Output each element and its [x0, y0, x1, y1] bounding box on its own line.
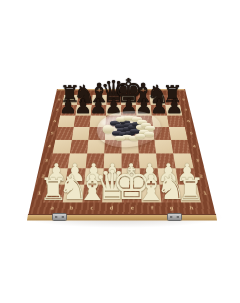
- product-photo-chess-set: 8877665544332211abcdefgh ♜♞♝♛♚♝♞♜♟♟♟♟♟♟♟…: [0, 0, 240, 303]
- checker-disc-white[interactable]: [135, 134, 145, 139]
- hinge-right-icon: [167, 213, 182, 221]
- rank-label-right-7-label: 7: [184, 109, 187, 112]
- square-a4[interactable]: [53, 140, 72, 154]
- rank-label-right-6-label: 6: [187, 120, 190, 123]
- piece-white-rook-h1[interactable]: ♜: [177, 173, 205, 204]
- rank-label-right-5: 5: [185, 127, 198, 140]
- hinge-left-icon: [52, 213, 67, 221]
- file-label-a-label: a: [50, 206, 54, 211]
- rank-label-left-7-label: 7: [55, 109, 58, 112]
- rank-label-right-6: 6: [182, 116, 194, 128]
- piece-black-pawn-h7[interactable]: ♟: [165, 97, 183, 117]
- square-b5[interactable]: [72, 127, 90, 140]
- checker-disc-white[interactable]: [115, 136, 125, 141]
- file-label-h-label: h: [190, 206, 194, 211]
- rank-label-right-4-label: 4: [192, 145, 196, 148]
- square-b4[interactable]: [70, 140, 89, 154]
- rank-label-left-4-label: 4: [47, 145, 51, 148]
- checker-disc-white[interactable]: [144, 132, 154, 137]
- rank-label-left-5-label: 5: [50, 132, 53, 135]
- square-a5[interactable]: [55, 127, 73, 140]
- rank-label-right-4: 4: [187, 140, 200, 154]
- rank-label-left-6-label: 6: [53, 120, 56, 123]
- rank-label-right-5-label: 5: [189, 132, 193, 135]
